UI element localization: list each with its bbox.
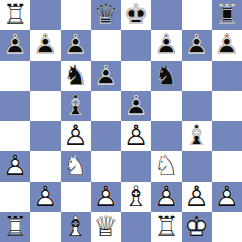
piece-black-pawn-h7[interactable]: ♟♙ — [212, 30, 242, 60]
piece-glyph-outline: ♖ — [0, 0, 30, 30]
square-g2[interactable]: ♟♙ — [182, 182, 212, 212]
piece-white-pawn-c4[interactable]: ♟♙ — [61, 121, 91, 151]
square-b7[interactable]: ♟♙ — [30, 30, 60, 60]
piece-glyph-outline: ♙ — [212, 30, 242, 60]
square-h2[interactable]: ♟♙ — [212, 182, 242, 212]
square-e4[interactable]: ♟♙ — [121, 121, 151, 151]
piece-black-queen-d8[interactable]: ♛♕ — [91, 0, 121, 30]
square-g6[interactable] — [182, 61, 212, 91]
square-a5[interactable] — [0, 91, 30, 121]
piece-black-king-e8[interactable]: ♚♔ — [121, 0, 151, 30]
piece-glyph-outline: ♙ — [0, 151, 30, 181]
piece-white-pawn-d2[interactable]: ♟♙ — [91, 182, 121, 212]
square-c2[interactable] — [61, 182, 91, 212]
square-b6[interactable] — [30, 61, 60, 91]
square-d5[interactable] — [91, 91, 121, 121]
piece-glyph-outline: ♗ — [121, 182, 151, 212]
square-a2[interactable] — [0, 182, 30, 212]
piece-glyph-outline: ♗ — [61, 212, 91, 242]
square-c1[interactable]: ♝♗ — [61, 212, 91, 242]
piece-white-bishop-e2[interactable]: ♝♗ — [121, 182, 151, 212]
piece-white-rook-a8[interactable]: ♜♖ — [0, 0, 30, 30]
piece-glyph-outline: ♙ — [30, 30, 60, 60]
square-f5[interactable] — [151, 91, 181, 121]
square-f7[interactable]: ♟♙ — [151, 30, 181, 60]
square-d8[interactable]: ♛♕ — [91, 0, 121, 30]
square-f1[interactable]: ♜♖ — [151, 212, 181, 242]
square-b3[interactable] — [30, 151, 60, 181]
piece-white-knight-f3[interactable]: ♞♘ — [151, 151, 181, 181]
piece-white-king-g1[interactable]: ♚♔ — [182, 212, 212, 242]
square-e2[interactable]: ♝♗ — [121, 182, 151, 212]
piece-black-bishop-g4[interactable]: ♝♗ — [182, 121, 212, 151]
square-c8[interactable] — [61, 0, 91, 30]
square-g8[interactable] — [182, 0, 212, 30]
square-e6[interactable] — [121, 61, 151, 91]
chess-board: ♜♖♛♕♚♔♜♖♟♙♟♙♟♙♟♙♟♙♟♙♞♘♟♙♞♘♝♗♟♙♟♙♟♙♝♗♟♙♞♘… — [0, 0, 242, 242]
piece-glyph-outline: ♔ — [182, 212, 212, 242]
square-a1[interactable]: ♜♖ — [0, 212, 30, 242]
piece-glyph-outline: ♙ — [121, 91, 151, 121]
square-g5[interactable] — [182, 91, 212, 121]
piece-glyph-outline: ♕ — [91, 212, 121, 242]
piece-glyph-outline: ♙ — [151, 30, 181, 60]
square-h1[interactable] — [212, 212, 242, 242]
piece-white-bishop-c1[interactable]: ♝♗ — [61, 212, 91, 242]
piece-glyph-outline: ♙ — [61, 30, 91, 60]
square-f3[interactable]: ♞♘ — [151, 151, 181, 181]
square-d1[interactable]: ♛♕ — [91, 212, 121, 242]
piece-glyph-outline: ♖ — [151, 212, 181, 242]
piece-glyph-outline: ♘ — [151, 151, 181, 181]
square-e7[interactable] — [121, 30, 151, 60]
square-d4[interactable] — [91, 121, 121, 151]
piece-glyph-outline: ♖ — [212, 0, 242, 30]
piece-glyph-outline: ♖ — [0, 212, 30, 242]
square-a4[interactable] — [0, 121, 30, 151]
piece-glyph-outline: ♕ — [91, 0, 121, 30]
piece-black-pawn-c7[interactable]: ♟♙ — [61, 30, 91, 60]
piece-white-pawn-g2[interactable]: ♟♙ — [182, 182, 212, 212]
square-d2[interactable]: ♟♙ — [91, 182, 121, 212]
piece-glyph-outline: ♙ — [121, 121, 151, 151]
piece-glyph-outline: ♙ — [61, 121, 91, 151]
piece-black-pawn-b7[interactable]: ♟♙ — [30, 30, 60, 60]
square-h4[interactable] — [212, 121, 242, 151]
piece-glyph-outline: ♙ — [182, 182, 212, 212]
square-d6[interactable]: ♟♙ — [91, 61, 121, 91]
square-f2[interactable]: ♟♙ — [151, 182, 181, 212]
piece-glyph-outline: ♔ — [121, 0, 151, 30]
piece-black-bishop-c5[interactable]: ♝♗ — [61, 91, 91, 121]
square-h5[interactable] — [212, 91, 242, 121]
square-h8[interactable]: ♜♖ — [212, 0, 242, 30]
square-a3[interactable]: ♟♙ — [0, 151, 30, 181]
piece-black-knight-c6[interactable]: ♞♘ — [61, 61, 91, 91]
piece-white-pawn-a3[interactable]: ♟♙ — [0, 151, 30, 181]
square-b2[interactable]: ♟♙ — [30, 182, 60, 212]
piece-black-knight-f6[interactable]: ♞♘ — [151, 61, 181, 91]
piece-glyph-outline: ♘ — [61, 151, 91, 181]
square-c5[interactable]: ♝♗ — [61, 91, 91, 121]
square-d7[interactable] — [91, 30, 121, 60]
square-g3[interactable] — [182, 151, 212, 181]
square-f6[interactable]: ♞♘ — [151, 61, 181, 91]
square-g1[interactable]: ♚♔ — [182, 212, 212, 242]
piece-glyph-outline: ♗ — [182, 121, 212, 151]
piece-white-pawn-h2[interactable]: ♟♙ — [212, 182, 242, 212]
square-c7[interactable]: ♟♙ — [61, 30, 91, 60]
piece-black-pawn-e5[interactable]: ♟♙ — [121, 91, 151, 121]
piece-white-knight-c3[interactable]: ♞♘ — [61, 151, 91, 181]
square-e8[interactable]: ♚♔ — [121, 0, 151, 30]
square-f8[interactable] — [151, 0, 181, 30]
piece-glyph-outline: ♙ — [30, 182, 60, 212]
square-e1[interactable] — [121, 212, 151, 242]
piece-glyph-outline: ♙ — [91, 61, 121, 91]
square-c3[interactable]: ♞♘ — [61, 151, 91, 181]
piece-white-pawn-e4[interactable]: ♟♙ — [121, 121, 151, 151]
square-d3[interactable] — [91, 151, 121, 181]
square-h6[interactable] — [212, 61, 242, 91]
piece-glyph-outline: ♙ — [151, 182, 181, 212]
piece-black-pawn-d6[interactable]: ♟♙ — [91, 61, 121, 91]
piece-white-pawn-b2[interactable]: ♟♙ — [30, 182, 60, 212]
piece-glyph-outline: ♘ — [61, 61, 91, 91]
square-b8[interactable] — [30, 0, 60, 30]
square-h3[interactable] — [212, 151, 242, 181]
square-a7[interactable]: ♟♙ — [0, 30, 30, 60]
square-h7[interactable]: ♟♙ — [212, 30, 242, 60]
square-b4[interactable] — [30, 121, 60, 151]
piece-black-rook-h8[interactable]: ♜♖ — [212, 0, 242, 30]
square-e3[interactable] — [121, 151, 151, 181]
piece-white-rook-f1[interactable]: ♜♖ — [151, 212, 181, 242]
piece-black-pawn-a7[interactable]: ♟♙ — [0, 30, 30, 60]
piece-black-pawn-f7[interactable]: ♟♙ — [151, 30, 181, 60]
square-b1[interactable] — [30, 212, 60, 242]
square-c4[interactable]: ♟♙ — [61, 121, 91, 151]
square-g4[interactable]: ♝♗ — [182, 121, 212, 151]
square-g7[interactable]: ♟♙ — [182, 30, 212, 60]
piece-white-rook-a1[interactable]: ♜♖ — [0, 212, 30, 242]
square-b5[interactable] — [30, 91, 60, 121]
piece-glyph-outline: ♙ — [91, 182, 121, 212]
square-c6[interactable]: ♞♘ — [61, 61, 91, 91]
square-a8[interactable]: ♜♖ — [0, 0, 30, 30]
square-e5[interactable]: ♟♙ — [121, 91, 151, 121]
piece-glyph-outline: ♙ — [182, 30, 212, 60]
piece-glyph-outline: ♙ — [0, 30, 30, 60]
piece-glyph-outline: ♗ — [61, 91, 91, 121]
piece-white-pawn-f2[interactable]: ♟♙ — [151, 182, 181, 212]
piece-white-queen-d1[interactable]: ♛♕ — [91, 212, 121, 242]
piece-black-pawn-g7[interactable]: ♟♙ — [182, 30, 212, 60]
square-a6[interactable] — [0, 61, 30, 91]
square-f4[interactable] — [151, 121, 181, 151]
piece-glyph-outline: ♙ — [212, 182, 242, 212]
piece-glyph-outline: ♘ — [151, 61, 181, 91]
